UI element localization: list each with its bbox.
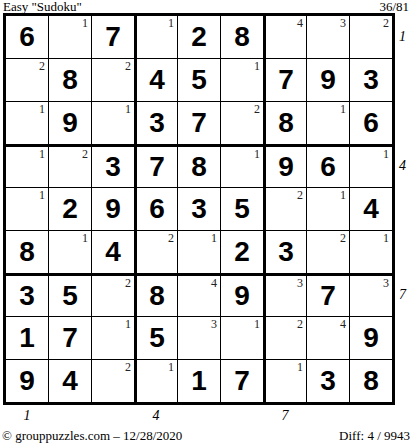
cell-r6c1[interactable]: 8 [6, 231, 48, 273]
cell-r3c1[interactable]: 1 [6, 102, 48, 144]
given-digit: 9 [278, 153, 294, 181]
cell-r5c6[interactable]: 5 [221, 188, 263, 230]
cell-r8c1[interactable]: 1 [6, 317, 48, 359]
pencil-mark: 2 [297, 188, 303, 202]
pencil-mark: 1 [254, 59, 260, 73]
pencil-mark: 1 [340, 188, 346, 202]
given-digit: 8 [278, 109, 294, 137]
given-digit: 9 [320, 66, 336, 94]
given-digit: 5 [62, 282, 78, 310]
given-digit: 4 [363, 195, 379, 223]
cell-r4c2[interactable]: 2 [49, 145, 91, 187]
cell-r5c8[interactable]: 1 [307, 188, 349, 230]
cell-r2c2[interactable]: 8 [49, 59, 91, 101]
cell-r5c1[interactable]: 1 [6, 188, 48, 230]
given-digit: 9 [363, 324, 379, 352]
cell-r6c6[interactable]: 2 [221, 231, 263, 273]
given-digit: 8 [19, 238, 35, 266]
pencil-mark: 1 [39, 102, 45, 116]
cell-r4c1[interactable]: 1 [6, 145, 48, 187]
given-digit: 8 [62, 66, 78, 94]
pencil-mark: 1 [82, 231, 88, 245]
cell-r9c2[interactable]: 4 [49, 360, 91, 402]
cell-r9c8[interactable]: 3 [307, 360, 349, 402]
cell-r8c7[interactable]: 2 [264, 317, 306, 359]
given-digit: 4 [62, 367, 78, 395]
given-digit: 7 [191, 109, 207, 137]
sudoku-board: 6171284322824517931913728161237819611296… [3, 13, 395, 405]
pencil-mark: 2 [125, 360, 131, 374]
given-digit: 1 [19, 324, 35, 352]
given-digit: 8 [149, 282, 165, 310]
pencil-mark: 2 [125, 59, 131, 73]
cell-r9c3[interactable]: 2 [92, 360, 134, 402]
cell-r7c9[interactable]: 3 [350, 274, 392, 316]
given-digit: 7 [278, 66, 294, 94]
given-digit: 9 [62, 109, 78, 137]
cell-r9c9[interactable]: 8 [350, 360, 392, 402]
given-digit: 7 [234, 367, 250, 395]
cell-r8c4[interactable]: 5 [135, 317, 177, 359]
given-digit: 6 [19, 23, 35, 51]
cell-r9c5[interactable]: 1 [178, 360, 220, 402]
cell-r5c9[interactable]: 4 [350, 188, 392, 230]
cell-r4c4[interactable]: 7 [135, 145, 177, 187]
cell-r3c4[interactable]: 3 [135, 102, 177, 144]
pencil-mark: 1 [168, 16, 174, 30]
cell-r8c9[interactable]: 9 [350, 317, 392, 359]
given-digit: 7 [320, 282, 336, 310]
cell-r1c5[interactable]: 2 [178, 16, 220, 58]
cell-r2c5[interactable]: 5 [178, 59, 220, 101]
cell-r8c3[interactable]: 1 [92, 317, 134, 359]
cell-r3c9[interactable]: 6 [350, 102, 392, 144]
sudoku-page: Easy "Sudoku" 36/81 61712843228245179319… [0, 0, 412, 445]
given-digit: 2 [191, 23, 207, 51]
given-digit: 5 [234, 195, 250, 223]
pencil-mark: 1 [254, 317, 260, 331]
pencil-mark: 1 [383, 147, 389, 161]
pencil-mark: 1 [39, 188, 45, 202]
pencil-mark: 2 [82, 147, 88, 161]
given-digit: 4 [105, 238, 121, 266]
cell-r1c2[interactable]: 1 [49, 16, 91, 58]
cell-r9c1[interactable]: 9 [6, 360, 48, 402]
cell-r7c3[interactable]: 2 [92, 274, 134, 316]
pencil-mark: 1 [340, 102, 346, 116]
given-digit: 6 [363, 109, 379, 137]
pencil-mark: 3 [211, 317, 217, 331]
cell-r6c2[interactable]: 1 [49, 231, 91, 273]
cell-r8c5[interactable]: 3 [178, 317, 220, 359]
pencil-mark: 2 [168, 231, 174, 245]
col-label-7: 7 [264, 409, 306, 423]
cell-r5c5[interactable]: 3 [178, 188, 220, 230]
cell-r3c7[interactable]: 8 [264, 102, 306, 144]
cell-r1c7[interactable]: 4 [264, 16, 306, 58]
given-digit: 3 [19, 282, 35, 310]
cell-r2c9[interactable]: 3 [350, 59, 392, 101]
pencil-mark: 2 [340, 231, 346, 245]
pencil-mark: 2 [125, 276, 131, 290]
cell-r8c2[interactable]: 7 [49, 317, 91, 359]
given-digit: 6 [320, 153, 336, 181]
pencil-mark: 1 [297, 360, 303, 374]
cell-r2c3[interactable]: 2 [92, 59, 134, 101]
pencil-mark: 1 [254, 147, 260, 161]
cell-r4c9[interactable]: 1 [350, 145, 392, 187]
given-digit: 7 [62, 324, 78, 352]
cell-r1c8[interactable]: 3 [307, 16, 349, 58]
given-digit: 3 [320, 367, 336, 395]
cell-r7c6[interactable]: 9 [221, 274, 263, 316]
pencil-mark: 1 [211, 231, 217, 245]
cell-r9c7[interactable]: 1 [264, 360, 306, 402]
cell-r7c7[interactable]: 3 [264, 274, 306, 316]
row-label-1: 1 [399, 30, 411, 44]
cell-r3c8[interactable]: 1 [307, 102, 349, 144]
cell-r6c4[interactable]: 2 [135, 231, 177, 273]
given-digit: 9 [234, 282, 250, 310]
cell-r6c8[interactable]: 2 [307, 231, 349, 273]
copyright-text: © grouppuzzles.com – 12/28/2020 [2, 428, 182, 443]
pencil-mark: 4 [340, 317, 346, 331]
given-digit: 3 [191, 195, 207, 223]
cell-r7c4[interactable]: 8 [135, 274, 177, 316]
cell-r2c7[interactable]: 7 [264, 59, 306, 101]
cell-r9c6[interactable]: 7 [221, 360, 263, 402]
given-digit: 9 [105, 195, 121, 223]
pencil-mark: 1 [383, 231, 389, 245]
pencil-mark: 1 [168, 360, 174, 374]
given-digit: 2 [62, 195, 78, 223]
pencil-mark: 3 [340, 16, 346, 30]
pencil-mark: 2 [39, 59, 45, 73]
cell-r4c3[interactable]: 3 [92, 145, 134, 187]
cell-r7c5[interactable]: 4 [178, 274, 220, 316]
cell-r4c7[interactable]: 9 [264, 145, 306, 187]
cell-r2c6[interactable]: 1 [221, 59, 263, 101]
progress-counter: 36/81 [379, 0, 409, 13]
given-digit: 3 [105, 153, 121, 181]
cell-r6c9[interactable]: 1 [350, 231, 392, 273]
cell-r1c6[interactable]: 8 [221, 16, 263, 58]
cell-r5c4[interactable]: 6 [135, 188, 177, 230]
pencil-mark: 4 [297, 16, 303, 30]
pencil-mark: 2 [383, 16, 389, 30]
row-label-7: 7 [399, 288, 411, 302]
header-bar: Easy "Sudoku" 36/81 [3, 0, 409, 13]
pencil-mark: 1 [39, 147, 45, 161]
given-digit: 3 [278, 238, 294, 266]
cell-r1c1[interactable]: 6 [6, 16, 48, 58]
cell-r9c4[interactable]: 1 [135, 360, 177, 402]
cell-r2c1[interactable]: 2 [6, 59, 48, 101]
cell-r1c9[interactable]: 2 [350, 16, 392, 58]
cell-r4c5[interactable]: 8 [178, 145, 220, 187]
given-digit: 7 [105, 23, 121, 51]
pencil-mark: 1 [125, 102, 131, 116]
cell-r3c6[interactable]: 2 [221, 102, 263, 144]
given-digit: 8 [234, 23, 250, 51]
col-label-1: 1 [6, 409, 48, 423]
pencil-mark: 3 [383, 276, 389, 290]
puzzle-title: Easy "Sudoku" [3, 0, 82, 13]
cell-r6c7[interactable]: 3 [264, 231, 306, 273]
cell-r7c1[interactable]: 3 [6, 274, 48, 316]
cell-r2c8[interactable]: 9 [307, 59, 349, 101]
cell-r4c6[interactable]: 1 [221, 145, 263, 187]
given-digit: 3 [149, 109, 165, 137]
cell-r3c2[interactable]: 9 [49, 102, 91, 144]
col-label-4: 4 [135, 409, 177, 423]
given-digit: 8 [191, 153, 207, 181]
cell-r1c3[interactable]: 7 [92, 16, 134, 58]
cell-r1c4[interactable]: 1 [135, 16, 177, 58]
cell-r8c8[interactable]: 4 [307, 317, 349, 359]
cell-r7c2[interactable]: 5 [49, 274, 91, 316]
cell-r8c6[interactable]: 1 [221, 317, 263, 359]
cell-r4c8[interactable]: 6 [307, 145, 349, 187]
given-digit: 4 [149, 66, 165, 94]
cell-r6c5[interactable]: 1 [178, 231, 220, 273]
given-digit: 5 [149, 324, 165, 352]
pencil-mark: 2 [297, 317, 303, 331]
given-digit: 5 [191, 66, 207, 94]
given-digit: 1 [191, 367, 207, 395]
cell-r2c4[interactable]: 4 [135, 59, 177, 101]
given-digit: 7 [149, 153, 165, 181]
footer-bar: © grouppuzzles.com – 12/28/2020 Diff: 4 … [2, 428, 410, 443]
cell-r5c2[interactable]: 2 [49, 188, 91, 230]
cell-r5c3[interactable]: 9 [92, 188, 134, 230]
row-label-4: 4 [399, 159, 411, 173]
difficulty-text: Diff: 4 / 9943 [339, 428, 410, 443]
given-digit: 9 [19, 367, 35, 395]
cell-r3c3[interactable]: 1 [92, 102, 134, 144]
cell-r5c7[interactable]: 2 [264, 188, 306, 230]
pencil-mark: 4 [211, 276, 217, 290]
pencil-mark: 1 [125, 317, 131, 331]
cell-r7c8[interactable]: 7 [307, 274, 349, 316]
given-digit: 8 [363, 367, 379, 395]
cell-r6c3[interactable]: 4 [92, 231, 134, 273]
pencil-mark: 2 [254, 102, 260, 116]
pencil-mark: 1 [82, 16, 88, 30]
cell-r3c5[interactable]: 7 [178, 102, 220, 144]
given-digit: 3 [363, 66, 379, 94]
given-digit: 2 [234, 238, 250, 266]
given-digit: 6 [149, 195, 165, 223]
pencil-mark: 3 [297, 276, 303, 290]
